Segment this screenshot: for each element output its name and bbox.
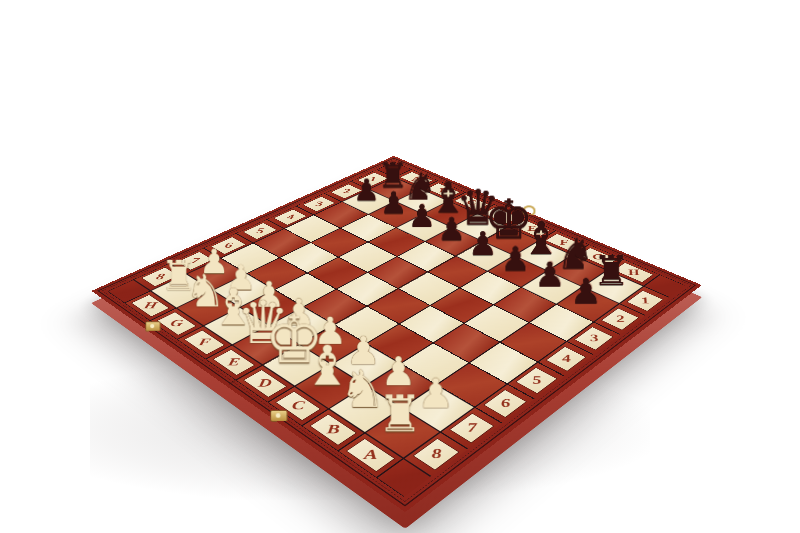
label-glyph: 3: [588, 333, 600, 344]
label-patch: 2: [602, 308, 639, 329]
piece-glyph: ♟: [408, 200, 436, 231]
label-glyph: 6: [500, 397, 511, 410]
label-patch: 3: [303, 197, 334, 212]
piece-glyph: ♟: [353, 176, 380, 206]
clasp-left: [145, 321, 160, 332]
photo-background: ABCDEFGH1♜♞♝♛♚♝♞♜12♟♟♟♟♟♟♟♟2334455667♟♟♟…: [0, 0, 800, 533]
label-glyph: 2: [343, 188, 350, 195]
piece-glyph: ♟: [570, 274, 602, 309]
piece-glyph: ♟: [437, 214, 466, 246]
label-glyph: 2: [614, 314, 626, 325]
label-patch: G: [158, 312, 195, 334]
label-patch: 3: [575, 327, 613, 350]
piece-glyph: ♟: [380, 188, 407, 218]
label-patch: 4: [547, 347, 586, 371]
label-glyph: D: [257, 377, 272, 390]
piece-glyph: ♜: [377, 389, 422, 439]
black-pawn[interactable]: ♟: [380, 188, 407, 218]
piece-glyph: ♟: [468, 228, 497, 261]
label-patch: H: [132, 295, 168, 316]
label-patch: 6: [484, 390, 526, 417]
label-glyph: 4: [560, 353, 572, 365]
black-pawn[interactable]: ♟: [408, 200, 436, 231]
white-rook[interactable]: ♜: [377, 389, 422, 439]
label-patch: 8: [414, 439, 459, 470]
white-pawn[interactable]: ♟: [417, 373, 454, 414]
label-glyph: E: [226, 356, 241, 368]
label-glyph: 8: [431, 446, 442, 461]
label-glyph: F: [197, 337, 212, 348]
label-glyph: 1: [639, 296, 651, 306]
piece-glyph: ♟: [534, 257, 565, 291]
label-glyph: C: [291, 399, 305, 413]
label-glyph: 4: [286, 213, 294, 221]
label-glyph: A: [363, 447, 377, 462]
label-glyph: B: [326, 422, 340, 436]
black-pawn[interactable]: ♟: [353, 176, 380, 206]
black-pawn[interactable]: ♟: [437, 214, 466, 246]
label-glyph: 5: [255, 227, 264, 235]
label-glyph: 5: [531, 374, 542, 387]
label-glyph: 7: [466, 421, 477, 435]
black-pawn[interactable]: ♟: [468, 228, 497, 261]
label-patch: 1: [627, 291, 662, 311]
black-pawn[interactable]: ♟: [570, 274, 602, 309]
clasp-right: [270, 410, 288, 422]
piece-glyph: ♟: [500, 242, 530, 275]
label-patch: F: [185, 331, 224, 354]
label-glyph: 3: [315, 200, 323, 207]
label-glyph: H: [142, 300, 159, 310]
black-pawn[interactable]: ♟: [500, 242, 530, 275]
label-glyph: G: [169, 318, 185, 329]
piece-glyph: ♟: [417, 373, 454, 414]
black-pawn[interactable]: ♟: [534, 257, 565, 291]
